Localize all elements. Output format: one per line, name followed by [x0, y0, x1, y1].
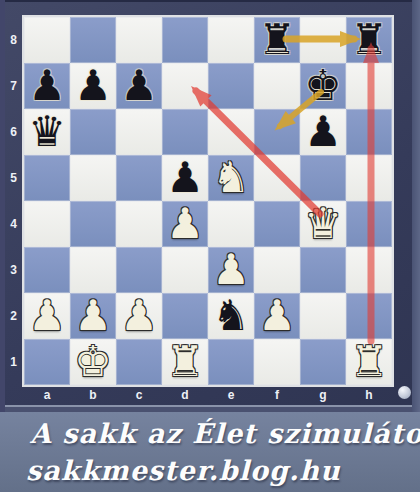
square-e3[interactable]: ♟ [208, 247, 254, 293]
square-h8[interactable]: ♜ [346, 17, 392, 63]
square-c7[interactable]: ♟ [116, 63, 162, 109]
file-label-a: a [24, 386, 70, 405]
square-a8[interactable] [24, 17, 70, 63]
black-rook-h8: ♜ [346, 17, 392, 63]
screenshot-root: 87654321 ♜♜♟♟♟♚♛♟♟♞♟♛♟♟♟♟♞♟♚♜♜ abcdefgh … [0, 0, 420, 492]
square-b5[interactable] [70, 155, 116, 201]
white-pawn-c2: ♟ [116, 293, 162, 339]
square-a3[interactable] [24, 247, 70, 293]
square-h5[interactable] [346, 155, 392, 201]
black-pawn-g6: ♟ [300, 109, 346, 155]
square-e2[interactable]: ♞ [208, 293, 254, 339]
square-a7[interactable]: ♟ [24, 63, 70, 109]
side-to-move-indicator [398, 386, 411, 399]
file-labels: abcdefgh [24, 386, 392, 405]
square-g5[interactable] [300, 155, 346, 201]
white-rook-h1: ♜ [346, 339, 392, 385]
white-pawn-d4: ♟ [162, 201, 208, 247]
rank-label-4: 4 [4, 201, 23, 247]
square-a6[interactable]: ♛ [24, 109, 70, 155]
square-h6[interactable] [346, 109, 392, 155]
chess-diagram-frame: 87654321 ♜♜♟♟♟♚♛♟♟♞♟♛♟♟♟♟♞♟♚♜♜ abcdefgh [0, 0, 420, 412]
square-f8[interactable]: ♜ [254, 17, 300, 63]
square-a1[interactable] [24, 339, 70, 385]
file-label-e: e [208, 386, 254, 405]
rank-label-2: 2 [4, 293, 23, 339]
square-f5[interactable] [254, 155, 300, 201]
square-e6[interactable] [208, 109, 254, 155]
white-pawn-f2: ♟ [254, 293, 300, 339]
white-pawn-b2: ♟ [70, 293, 116, 339]
square-a5[interactable] [24, 155, 70, 201]
rank-label-5: 5 [4, 155, 23, 201]
square-a4[interactable] [24, 201, 70, 247]
square-c8[interactable] [116, 17, 162, 63]
square-d4[interactable]: ♟ [162, 201, 208, 247]
caption-blog-url: sakkmester.blog.hu [26, 455, 341, 486]
square-f6[interactable] [254, 109, 300, 155]
black-rook-f8: ♜ [254, 17, 300, 63]
rank-labels: 87654321 [4, 17, 23, 385]
square-f4[interactable] [254, 201, 300, 247]
square-c1[interactable] [116, 339, 162, 385]
square-b8[interactable] [70, 17, 116, 63]
square-f3[interactable] [254, 247, 300, 293]
square-b2[interactable]: ♟ [70, 293, 116, 339]
square-e4[interactable] [208, 201, 254, 247]
file-label-g: g [300, 386, 346, 405]
caption-title: A sakk az Élet szimulátora [30, 418, 420, 449]
square-d6[interactable] [162, 109, 208, 155]
square-d3[interactable] [162, 247, 208, 293]
square-c6[interactable] [116, 109, 162, 155]
square-d8[interactable] [162, 17, 208, 63]
square-f2[interactable]: ♟ [254, 293, 300, 339]
square-e8[interactable] [208, 17, 254, 63]
rank-label-3: 3 [4, 247, 23, 293]
white-king-b1: ♚ [70, 339, 116, 385]
square-h4[interactable] [346, 201, 392, 247]
white-knight-e5: ♞ [208, 155, 254, 201]
square-c3[interactable] [116, 247, 162, 293]
black-pawn-c7: ♟ [116, 63, 162, 109]
square-g1[interactable] [300, 339, 346, 385]
square-f1[interactable] [254, 339, 300, 385]
square-e7[interactable] [208, 63, 254, 109]
square-b4[interactable] [70, 201, 116, 247]
square-c2[interactable]: ♟ [116, 293, 162, 339]
square-h7[interactable] [346, 63, 392, 109]
file-label-f: f [254, 386, 300, 405]
frame-edge-right [412, 0, 420, 412]
white-pawn-a2: ♟ [24, 293, 70, 339]
square-d2[interactable] [162, 293, 208, 339]
black-pawn-a7: ♟ [24, 63, 70, 109]
square-g7[interactable]: ♚ [300, 63, 346, 109]
frame-bevel-line [5, 405, 412, 407]
rank-label-6: 6 [4, 109, 23, 155]
black-pawn-b7: ♟ [70, 63, 116, 109]
square-f7[interactable] [254, 63, 300, 109]
rank-label-8: 8 [4, 17, 23, 63]
square-h1[interactable]: ♜ [346, 339, 392, 385]
square-g8[interactable] [300, 17, 346, 63]
square-g6[interactable]: ♟ [300, 109, 346, 155]
file-label-h: h [346, 386, 392, 405]
file-label-c: c [116, 386, 162, 405]
square-b3[interactable] [70, 247, 116, 293]
square-c4[interactable] [116, 201, 162, 247]
square-g4[interactable]: ♛ [300, 201, 346, 247]
square-c5[interactable] [116, 155, 162, 201]
chess-board: ♜♜♟♟♟♚♛♟♟♞♟♛♟♟♟♟♞♟♚♜♜ [24, 17, 392, 385]
white-queen-g4: ♛ [300, 201, 346, 247]
square-d1[interactable]: ♜ [162, 339, 208, 385]
square-e1[interactable] [208, 339, 254, 385]
black-knight-e2: ♞ [208, 293, 254, 339]
square-b6[interactable] [70, 109, 116, 155]
file-label-b: b [70, 386, 116, 405]
caption-area: A sakk az Élet szimulátora sakkmester.bl… [0, 412, 420, 492]
square-d7[interactable] [162, 63, 208, 109]
square-d5[interactable]: ♟ [162, 155, 208, 201]
rank-label-1: 1 [4, 339, 23, 385]
square-g2[interactable] [300, 293, 346, 339]
white-rook-d1: ♜ [162, 339, 208, 385]
rank-label-7: 7 [4, 63, 23, 109]
square-e5[interactable]: ♞ [208, 155, 254, 201]
white-pawn-e3: ♟ [208, 247, 254, 293]
square-h3[interactable] [346, 247, 392, 293]
square-b7[interactable]: ♟ [70, 63, 116, 109]
black-queen-a6: ♛ [24, 109, 70, 155]
black-king-g7: ♚ [300, 63, 346, 109]
square-a2[interactable]: ♟ [24, 293, 70, 339]
square-g3[interactable] [300, 247, 346, 293]
black-pawn-d5: ♟ [162, 155, 208, 201]
square-b1[interactable]: ♚ [70, 339, 116, 385]
square-h2[interactable] [346, 293, 392, 339]
file-label-d: d [162, 386, 208, 405]
